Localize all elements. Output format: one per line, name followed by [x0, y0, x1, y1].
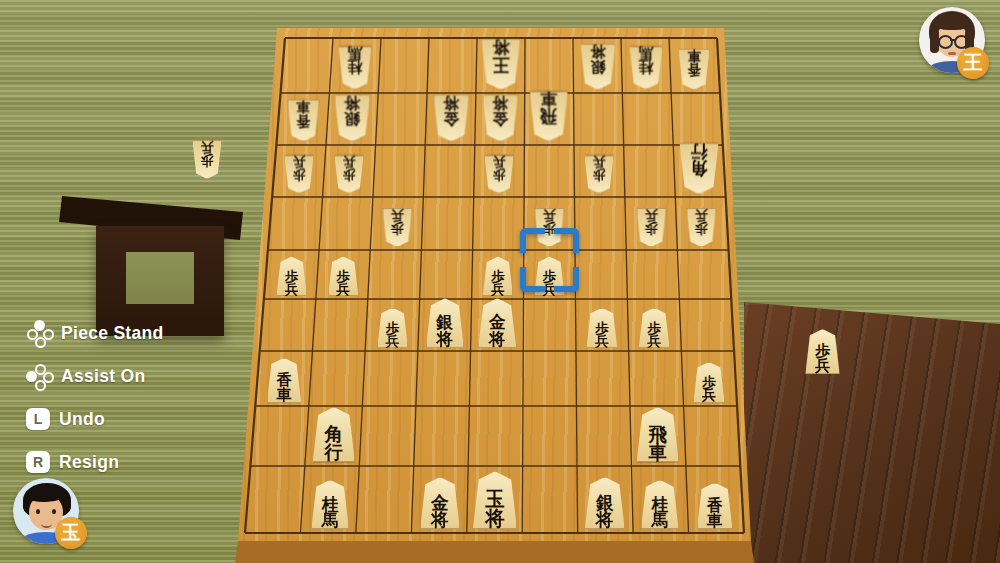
piece-S-sente-6f[interactable]: 銀将	[426, 298, 465, 348]
piece-P-sente-1g[interactable]: 歩兵	[693, 362, 725, 403]
gote-king-badge: 王	[957, 47, 989, 79]
piece-P-sente-7f[interactable]: 歩兵	[377, 308, 408, 348]
piece-P-sente-5e[interactable]: 歩兵	[482, 256, 513, 296]
piece-P-sente-2f[interactable]: 歩兵	[638, 308, 669, 348]
piece-N-sente-8i[interactable]: 桂馬	[311, 480, 349, 529]
piece-N-sente-2i[interactable]: 桂馬	[641, 480, 679, 529]
piece-B-gote-1c[interactable]: 角行	[679, 143, 719, 194]
avatar-bangs	[936, 20, 968, 30]
sente-piece-stand-table	[744, 296, 1000, 563]
piece-P-sente-4e[interactable]: 歩兵	[534, 256, 565, 296]
avatar-glasses-left	[938, 35, 953, 49]
control-legend: Piece StandAssist OnLUndoRResign	[26, 320, 164, 492]
piece-P-sente-9e[interactable]: 歩兵	[276, 256, 307, 296]
piece-P-sente-3f[interactable]: 歩兵	[586, 308, 617, 348]
piece-S-sente-3i[interactable]: 銀将	[584, 477, 625, 529]
hud-label: Undo	[59, 409, 105, 430]
avatar-mouth	[948, 52, 956, 55]
piece-P-gote-7d[interactable]: 歩兵	[382, 208, 412, 247]
avatar-eye-left	[36, 509, 40, 514]
piece-P-sente-8e[interactable]: 歩兵	[328, 256, 359, 296]
piece-P-gote-4d[interactable]: 歩兵	[534, 208, 564, 247]
y-face-button-icon	[26, 363, 52, 389]
hud-undo[interactable]: LUndo	[26, 406, 164, 432]
piece-B-sente-8h[interactable]: 角行	[312, 407, 355, 462]
piece-L-sente-1i[interactable]: 香車	[697, 483, 733, 529]
avatar-mouth	[41, 520, 52, 528]
r-shoulder-button-icon: R	[26, 451, 50, 473]
avatar-glasses-bridge	[950, 39, 955, 41]
piece-P-gote-2d[interactable]: 歩兵	[636, 208, 666, 247]
piece-L-gote-9b[interactable]: 香車	[287, 100, 319, 142]
piece-L-sente-9g[interactable]: 香車	[267, 358, 302, 403]
hud-label: Resign	[59, 452, 119, 473]
piece-G-sente-5f[interactable]: 金将	[478, 298, 517, 348]
sente-king-badge: 玉	[55, 517, 87, 549]
piece-L-gote-1a[interactable]: 香車	[678, 49, 710, 90]
piece-N-gote-2a[interactable]: 桂馬	[629, 46, 663, 89]
avatar-eye-right	[52, 509, 56, 514]
hud-assist-on[interactable]: Assist On	[26, 363, 164, 389]
piece-K-gote-5a[interactable]: 王将	[481, 39, 521, 90]
piece-K-sente-5i[interactable]: 玉将	[472, 471, 517, 529]
x-face-button-icon	[26, 320, 52, 346]
shogi-game-scene: Piece StandAssist OnLUndoRResign 王 玉 桂馬王…	[0, 0, 1000, 563]
piece-G-sente-6i[interactable]: 金将	[420, 477, 461, 529]
hud-piece-stand[interactable]: Piece Stand	[26, 320, 164, 346]
piece-P-gote-gote-hand[interactable]: 歩兵	[192, 140, 222, 179]
hud-label: Piece Stand	[61, 323, 164, 344]
piece-P-sente-sente-hand[interactable]: 歩兵	[805, 329, 840, 374]
l-shoulder-button-icon: L	[26, 408, 50, 430]
piece-R-sente-2h[interactable]: 飛車	[636, 407, 679, 462]
piece-G-gote-5b[interactable]: 金将	[482, 95, 518, 142]
piece-S-gote-8b[interactable]: 銀将	[334, 95, 370, 142]
hud-resign[interactable]: RResign	[26, 449, 164, 475]
hud-label: Assist On	[61, 366, 145, 387]
